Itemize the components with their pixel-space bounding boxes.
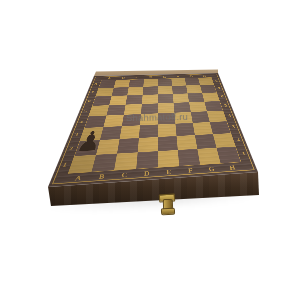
square-c1	[114, 152, 138, 170]
wood-grain-overlay	[139, 124, 158, 138]
wood-grain-overlay	[114, 152, 138, 170]
file-label-bottom-d: D	[135, 168, 158, 179]
square-e2	[158, 136, 178, 151]
square-h2	[213, 133, 235, 148]
file-label-bottom-a: A	[65, 173, 92, 184]
brass-clasp	[158, 192, 180, 216]
wood-grain-overlay	[213, 133, 235, 148]
square-d2	[138, 137, 158, 152]
file-label-bottom-c: C	[112, 170, 136, 181]
wood-grain-overlay	[178, 149, 200, 166]
square-f3	[175, 123, 194, 136]
chess-board-top: ABCDEFGH ABCDEFGH 87654321 87654321 ♟	[48, 73, 258, 187]
wood-grain-overlay	[117, 138, 139, 154]
file-label-bottom-g: G	[200, 164, 223, 174]
file-label-bottom-h: H	[221, 163, 244, 173]
wood-grain-overlay	[136, 151, 158, 169]
photo-watermark: Shahmatoff.ru	[126, 111, 188, 123]
square-f1	[178, 149, 200, 166]
square-e1	[158, 150, 179, 167]
square-c3	[120, 125, 140, 139]
wood-grain-overlay	[158, 136, 178, 151]
wood-grain-overlay	[158, 124, 177, 137]
wood-grain-overlay	[138, 137, 158, 152]
square-b3	[100, 126, 122, 140]
wood-grain-overlay	[96, 139, 120, 155]
square-e3	[158, 124, 177, 137]
wood-grain-overlay	[100, 126, 122, 140]
square-d1	[136, 151, 158, 169]
wood-grain-overlay	[177, 135, 198, 150]
file-label-bottom-e: E	[158, 167, 180, 178]
square-b2	[96, 139, 120, 155]
wood-grain-overlay	[207, 111, 227, 122]
clasp-knob	[161, 208, 175, 216]
square-h3	[210, 121, 231, 134]
square-h4	[207, 111, 227, 122]
square-c2	[117, 138, 139, 154]
square-d3	[139, 124, 158, 138]
wood-grain-overlay	[175, 123, 194, 136]
product-photo-chess-board: ABCDEFGH ABCDEFGH 87654321 87654321 ♟ Sh…	[0, 0, 300, 300]
square-f2	[177, 135, 198, 150]
file-label-bottom-b: B	[89, 171, 114, 182]
file-label-bottom-f: F	[179, 165, 202, 176]
wood-grain-overlay	[158, 150, 179, 167]
wood-grain-overlay	[120, 125, 140, 139]
wood-grain-overlay	[210, 121, 231, 134]
